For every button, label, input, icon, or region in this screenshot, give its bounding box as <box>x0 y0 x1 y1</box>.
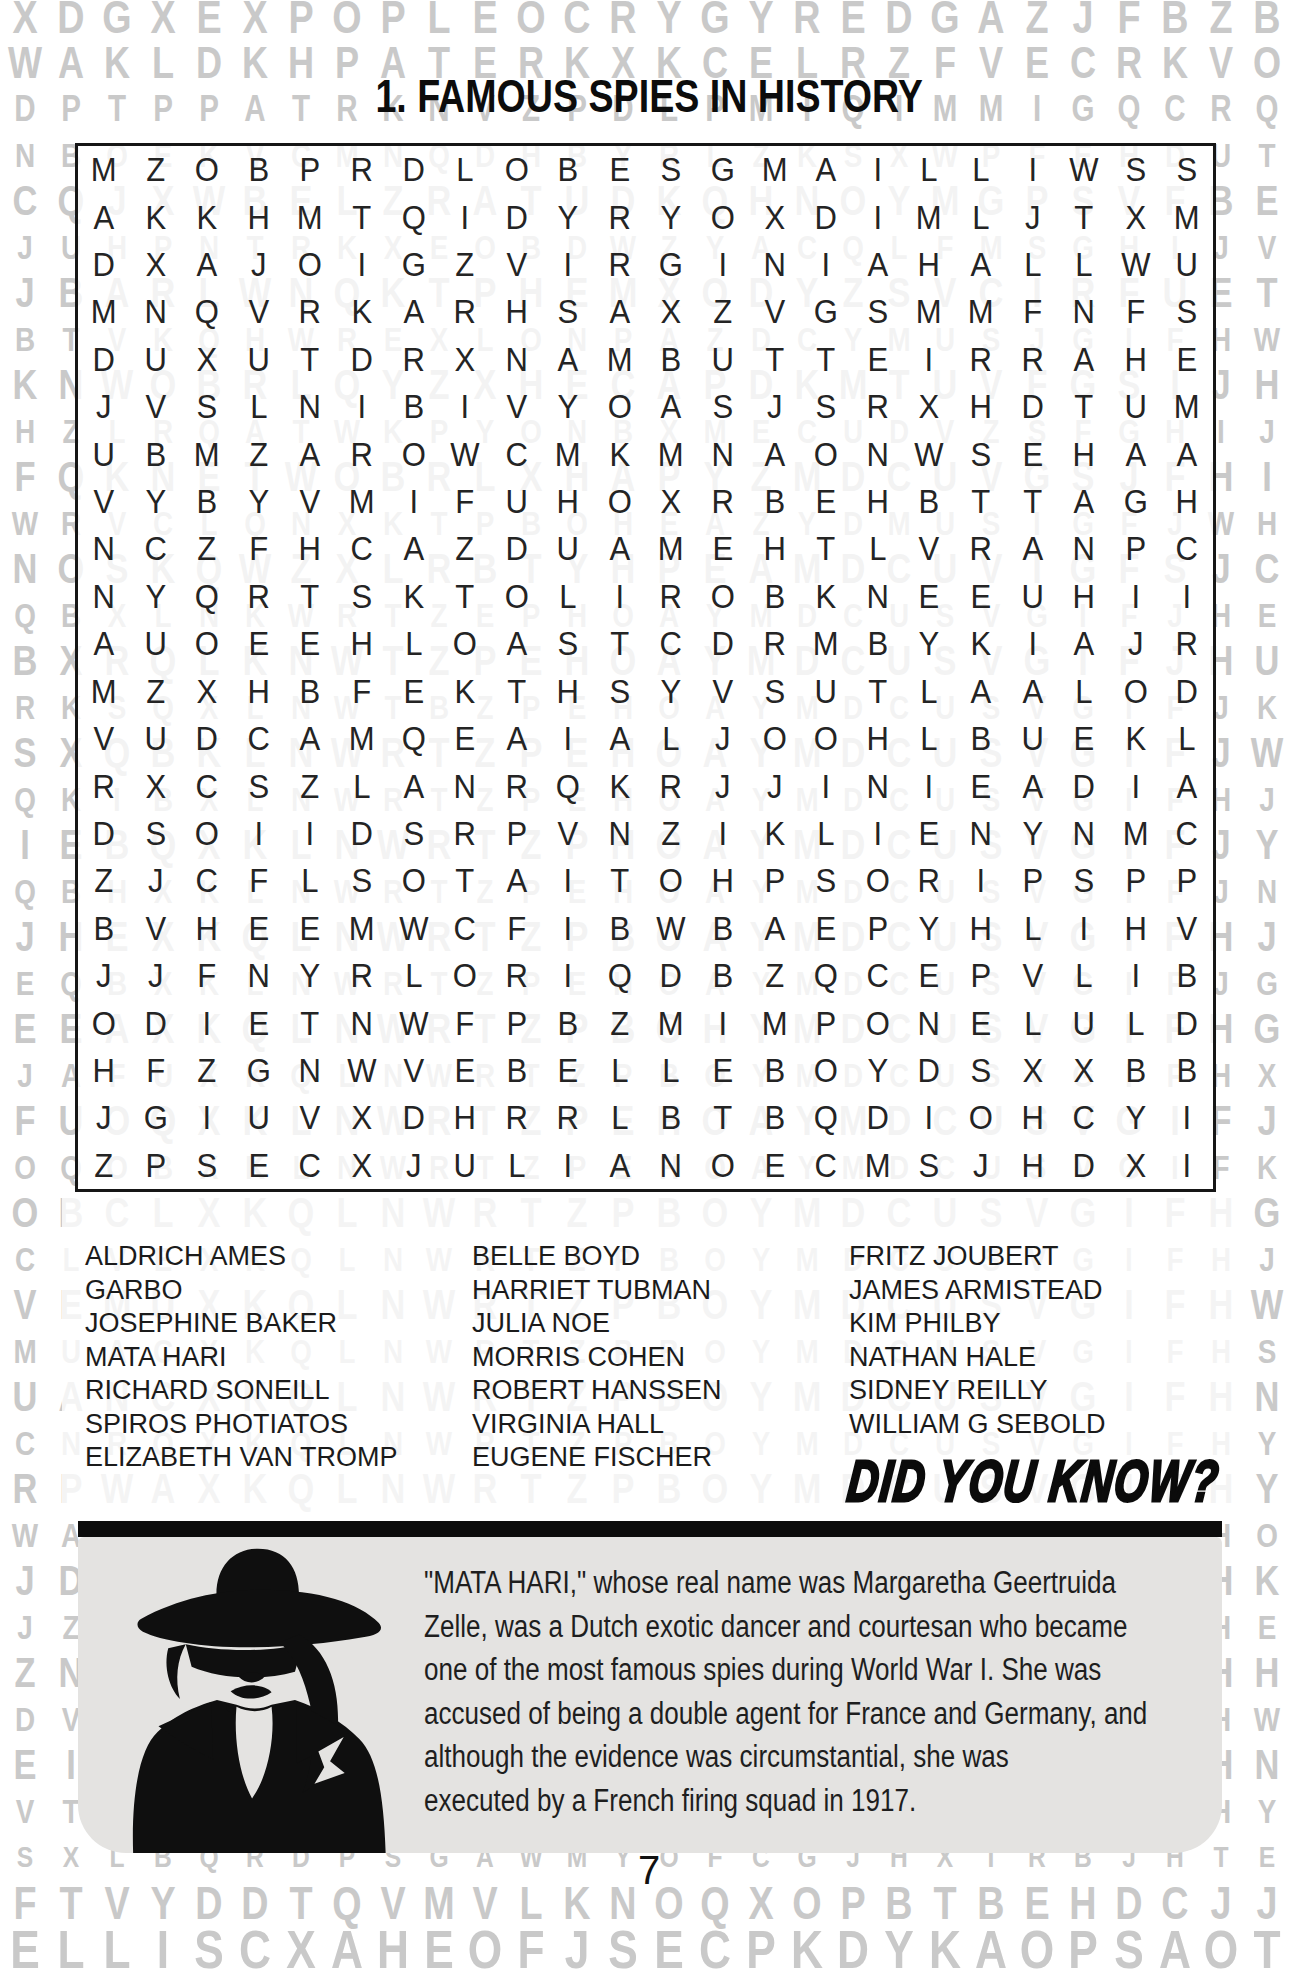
grid-cell[interactable]: Y <box>647 193 695 240</box>
grid-cell[interactable]: I <box>853 146 901 193</box>
grid-cell[interactable]: E <box>544 1047 592 1094</box>
grid-cell[interactable]: X <box>338 1094 386 1141</box>
grid-cell[interactable]: O <box>492 573 540 620</box>
grid-cell[interactable]: J <box>80 383 128 430</box>
grid-cell[interactable]: M <box>183 430 231 477</box>
grid-cell[interactable]: O <box>750 715 798 762</box>
grid-cell[interactable]: M <box>647 430 695 477</box>
grid-cell[interactable]: A <box>389 525 437 572</box>
grid-cell[interactable]: X <box>183 668 231 715</box>
grid-cell[interactable]: L <box>1008 241 1056 288</box>
grid-cell[interactable]: X <box>131 762 179 809</box>
grid-cell[interactable]: L <box>853 525 901 572</box>
grid-cell[interactable]: E <box>286 620 334 667</box>
grid-cell[interactable]: D <box>389 146 437 193</box>
grid-cell[interactable]: M <box>80 146 128 193</box>
grid-cell[interactable]: X <box>647 288 695 335</box>
grid-cell[interactable]: O <box>389 430 437 477</box>
grid-cell[interactable]: E <box>699 1047 747 1094</box>
grid-cell[interactable]: P <box>957 952 1005 999</box>
grid-cell[interactable]: W <box>441 430 489 477</box>
grid-cell[interactable]: O <box>286 241 334 288</box>
grid-cell[interactable]: J <box>750 383 798 430</box>
grid-cell[interactable]: T <box>492 668 540 715</box>
grid-cell[interactable]: A <box>1111 430 1159 477</box>
grid-cell[interactable]: B <box>183 478 231 525</box>
grid-cell[interactable]: L <box>338 762 386 809</box>
grid-cell[interactable]: R <box>595 241 643 288</box>
grid-cell[interactable]: A <box>595 715 643 762</box>
grid-cell[interactable]: L <box>595 1047 643 1094</box>
grid-cell[interactable]: C <box>1163 810 1211 857</box>
grid-cell[interactable]: B <box>544 999 592 1046</box>
grid-cell[interactable]: J <box>699 762 747 809</box>
grid-cell[interactable]: P <box>750 857 798 904</box>
grid-cell[interactable]: A <box>389 288 437 335</box>
grid-cell[interactable]: J <box>750 762 798 809</box>
grid-cell[interactable]: V <box>80 715 128 762</box>
grid-cell[interactable]: A <box>1060 620 1108 667</box>
grid-cell[interactable]: R <box>492 762 540 809</box>
grid-cell[interactable]: A <box>1163 430 1211 477</box>
grid-cell[interactable]: I <box>1163 1094 1211 1141</box>
grid-cell[interactable]: I <box>1163 1142 1211 1189</box>
grid-cell[interactable]: P <box>1111 525 1159 572</box>
grid-cell[interactable]: F <box>234 525 282 572</box>
grid-cell[interactable]: S <box>750 668 798 715</box>
grid-cell[interactable]: U <box>492 478 540 525</box>
grid-cell[interactable]: I <box>1111 762 1159 809</box>
grid-cell[interactable]: H <box>1008 1094 1056 1141</box>
grid-cell[interactable]: U <box>544 525 592 572</box>
grid-cell[interactable]: S <box>957 1047 1005 1094</box>
grid-cell[interactable]: O <box>80 999 128 1046</box>
grid-cell[interactable]: C <box>853 952 901 999</box>
grid-cell[interactable]: E <box>905 573 953 620</box>
grid-cell[interactable]: D <box>492 193 540 240</box>
grid-cell[interactable]: E <box>905 810 953 857</box>
grid-cell[interactable]: L <box>802 810 850 857</box>
grid-cell[interactable]: U <box>1163 241 1211 288</box>
grid-cell[interactable]: V <box>286 1094 334 1141</box>
grid-cell[interactable]: G <box>389 241 437 288</box>
grid-cell[interactable]: Q <box>802 952 850 999</box>
grid-cell[interactable]: A <box>750 905 798 952</box>
grid-cell[interactable]: A <box>492 620 540 667</box>
grid-cell[interactable]: I <box>544 905 592 952</box>
grid-cell[interactable]: Y <box>131 573 179 620</box>
grid-cell[interactable]: S <box>183 383 231 430</box>
grid-cell[interactable]: I <box>853 810 901 857</box>
grid-cell[interactable]: S <box>1163 146 1211 193</box>
grid-cell[interactable]: Y <box>131 478 179 525</box>
grid-cell[interactable]: P <box>1008 857 1056 904</box>
grid-cell[interactable]: E <box>853 336 901 383</box>
grid-cell[interactable]: D <box>1060 1142 1108 1189</box>
grid-cell[interactable]: A <box>544 336 592 383</box>
grid-cell[interactable]: I <box>544 241 592 288</box>
grid-cell[interactable]: N <box>492 336 540 383</box>
grid-cell[interactable]: X <box>905 383 953 430</box>
grid-cell[interactable]: L <box>1060 952 1108 999</box>
grid-cell[interactable]: M <box>802 620 850 667</box>
grid-cell[interactable]: Z <box>183 1047 231 1094</box>
grid-cell[interactable]: Z <box>131 668 179 715</box>
grid-cell[interactable]: X <box>338 1142 386 1189</box>
grid-cell[interactable]: K <box>131 193 179 240</box>
grid-cell[interactable]: I <box>234 810 282 857</box>
grid-cell[interactable]: H <box>286 525 334 572</box>
grid-cell[interactable]: H <box>492 288 540 335</box>
grid-cell[interactable]: B <box>1163 952 1211 999</box>
grid-cell[interactable]: D <box>1163 999 1211 1046</box>
grid-cell[interactable]: F <box>338 668 386 715</box>
grid-cell[interactable]: E <box>699 525 747 572</box>
grid-cell[interactable]: A <box>647 383 695 430</box>
grid-cell[interactable]: I <box>441 193 489 240</box>
grid-cell[interactable]: E <box>957 762 1005 809</box>
grid-cell[interactable]: N <box>853 430 901 477</box>
grid-cell[interactable]: Z <box>595 999 643 1046</box>
grid-cell[interactable]: Y <box>647 668 695 715</box>
grid-cell[interactable]: E <box>1008 430 1056 477</box>
grid-cell[interactable]: H <box>183 905 231 952</box>
grid-cell[interactable]: W <box>1111 241 1159 288</box>
grid-cell[interactable]: B <box>1111 1047 1159 1094</box>
grid-cell[interactable]: I <box>338 241 386 288</box>
grid-cell[interactable]: J <box>389 1142 437 1189</box>
grid-cell[interactable]: I <box>389 478 437 525</box>
grid-cell[interactable]: P <box>131 1142 179 1189</box>
grid-cell[interactable]: R <box>647 573 695 620</box>
grid-cell[interactable]: U <box>1008 573 1056 620</box>
grid-cell[interactable]: X <box>1008 1047 1056 1094</box>
grid-cell[interactable]: K <box>338 288 386 335</box>
grid-cell[interactable]: V <box>234 288 282 335</box>
grid-cell[interactable]: K <box>183 193 231 240</box>
grid-cell[interactable]: I <box>1163 573 1211 620</box>
grid-cell[interactable]: S <box>699 383 747 430</box>
grid-cell[interactable]: A <box>957 241 1005 288</box>
grid-cell[interactable]: I <box>338 383 386 430</box>
grid-cell[interactable]: E <box>389 668 437 715</box>
grid-cell[interactable]: V <box>80 478 128 525</box>
grid-cell[interactable]: N <box>131 288 179 335</box>
grid-cell[interactable]: M <box>647 999 695 1046</box>
grid-cell[interactable]: K <box>750 810 798 857</box>
grid-cell[interactable]: K <box>441 668 489 715</box>
grid-cell[interactable]: O <box>441 952 489 999</box>
grid-cell[interactable]: G <box>131 1094 179 1141</box>
grid-cell[interactable]: T <box>1060 193 1108 240</box>
grid-cell[interactable]: N <box>1060 288 1108 335</box>
grid-cell[interactable]: W <box>389 999 437 1046</box>
grid-cell[interactable]: J <box>699 715 747 762</box>
grid-cell[interactable]: B <box>905 478 953 525</box>
grid-cell[interactable]: T <box>802 336 850 383</box>
grid-cell[interactable]: Z <box>234 430 282 477</box>
grid-cell[interactable]: O <box>802 1047 850 1094</box>
grid-cell[interactable]: I <box>441 383 489 430</box>
grid-cell[interactable]: M <box>853 1142 901 1189</box>
grid-cell[interactable]: E <box>1060 715 1108 762</box>
grid-cell[interactable]: B <box>647 1094 695 1141</box>
grid-cell[interactable]: Y <box>544 383 592 430</box>
grid-cell[interactable]: F <box>1111 288 1159 335</box>
grid-cell[interactable]: M <box>338 905 386 952</box>
grid-cell[interactable]: S <box>595 668 643 715</box>
grid-cell[interactable]: A <box>1060 336 1108 383</box>
grid-cell[interactable]: L <box>492 1142 540 1189</box>
grid-cell[interactable]: M <box>338 478 386 525</box>
grid-cell[interactable]: A <box>853 241 901 288</box>
grid-cell[interactable]: A <box>750 430 798 477</box>
grid-cell[interactable]: L <box>286 857 334 904</box>
grid-cell[interactable]: F <box>1008 288 1056 335</box>
grid-cell[interactable]: T <box>1060 383 1108 430</box>
grid-cell[interactable]: N <box>338 999 386 1046</box>
grid-cell[interactable]: O <box>441 620 489 667</box>
grid-cell[interactable]: N <box>80 573 128 620</box>
grid-cell[interactable]: H <box>957 905 1005 952</box>
grid-cell[interactable]: A <box>492 715 540 762</box>
grid-cell[interactable]: M <box>957 288 1005 335</box>
grid-cell[interactable]: O <box>802 715 850 762</box>
grid-cell[interactable]: R <box>80 762 128 809</box>
grid-cell[interactable]: T <box>441 857 489 904</box>
grid-cell[interactable]: M <box>1163 193 1211 240</box>
grid-cell[interactable]: P <box>492 999 540 1046</box>
grid-cell[interactable]: R <box>647 762 695 809</box>
grid-cell[interactable]: O <box>183 810 231 857</box>
grid-cell[interactable]: L <box>1060 668 1108 715</box>
grid-cell[interactable]: L <box>1111 999 1159 1046</box>
grid-cell[interactable]: S <box>853 288 901 335</box>
grid-cell[interactable]: M <box>750 999 798 1046</box>
grid-cell[interactable]: D <box>1008 383 1056 430</box>
grid-cell[interactable]: G <box>802 288 850 335</box>
grid-cell[interactable]: O <box>853 857 901 904</box>
grid-cell[interactable]: P <box>286 146 334 193</box>
grid-cell[interactable]: L <box>647 1047 695 1094</box>
grid-cell[interactable]: M <box>750 146 798 193</box>
grid-cell[interactable]: D <box>389 1094 437 1141</box>
grid-cell[interactable]: B <box>750 1094 798 1141</box>
grid-cell[interactable]: H <box>234 193 282 240</box>
grid-cell[interactable]: D <box>338 336 386 383</box>
grid-cell[interactable]: I <box>595 573 643 620</box>
grid-cell[interactable]: G <box>647 241 695 288</box>
grid-cell[interactable]: R <box>492 1094 540 1141</box>
grid-cell[interactable]: C <box>286 1142 334 1189</box>
grid-cell[interactable]: U <box>1008 715 1056 762</box>
grid-cell[interactable]: H <box>338 620 386 667</box>
grid-cell[interactable]: H <box>1111 336 1159 383</box>
grid-cell[interactable]: C <box>183 762 231 809</box>
grid-cell[interactable]: X <box>750 193 798 240</box>
grid-cell[interactable]: I <box>1008 146 1056 193</box>
grid-cell[interactable]: F <box>441 478 489 525</box>
grid-cell[interactable]: A <box>595 288 643 335</box>
grid-cell[interactable]: S <box>802 857 850 904</box>
grid-cell[interactable]: L <box>544 573 592 620</box>
grid-cell[interactable]: E <box>802 905 850 952</box>
grid-cell[interactable]: H <box>544 668 592 715</box>
grid-cell[interactable]: C <box>802 1142 850 1189</box>
grid-cell[interactable]: W <box>647 905 695 952</box>
grid-cell[interactable]: T <box>1008 478 1056 525</box>
grid-cell[interactable]: Z <box>647 810 695 857</box>
grid-cell[interactable]: B <box>853 620 901 667</box>
grid-cell[interactable]: O <box>595 383 643 430</box>
grid-cell[interactable]: J <box>957 1142 1005 1189</box>
grid-cell[interactable]: A <box>183 241 231 288</box>
grid-cell[interactable]: J <box>80 952 128 999</box>
grid-cell[interactable]: R <box>338 430 386 477</box>
grid-cell[interactable]: L <box>389 620 437 667</box>
grid-cell[interactable]: B <box>492 1047 540 1094</box>
grid-cell[interactable]: Z <box>80 1142 128 1189</box>
grid-cell[interactable]: N <box>595 810 643 857</box>
grid-cell[interactable]: Z <box>699 288 747 335</box>
grid-cell[interactable]: I <box>1060 905 1108 952</box>
grid-cell[interactable]: T <box>338 193 386 240</box>
grid-cell[interactable]: Y <box>544 193 592 240</box>
grid-cell[interactable]: H <box>1111 905 1159 952</box>
grid-cell[interactable]: Y <box>234 478 282 525</box>
grid-cell[interactable]: E <box>234 620 282 667</box>
grid-cell[interactable]: O <box>183 146 231 193</box>
grid-cell[interactable]: E <box>441 715 489 762</box>
grid-cell[interactable]: H <box>957 383 1005 430</box>
grid-cell[interactable]: N <box>80 525 128 572</box>
grid-cell[interactable]: E <box>802 478 850 525</box>
grid-cell[interactable]: E <box>286 905 334 952</box>
grid-cell[interactable]: H <box>234 668 282 715</box>
grid-cell[interactable]: V <box>492 241 540 288</box>
grid-cell[interactable]: R <box>595 193 643 240</box>
grid-cell[interactable]: T <box>802 525 850 572</box>
grid-cell[interactable]: V <box>286 478 334 525</box>
grid-cell[interactable]: S <box>957 430 1005 477</box>
grid-cell[interactable]: V <box>750 288 798 335</box>
grid-cell[interactable]: V <box>905 525 953 572</box>
grid-cell[interactable]: I <box>286 810 334 857</box>
grid-cell[interactable]: B <box>131 430 179 477</box>
grid-cell[interactable]: I <box>544 715 592 762</box>
grid-cell[interactable]: A <box>802 146 850 193</box>
grid-cell[interactable]: Z <box>183 525 231 572</box>
grid-cell[interactable]: U <box>441 1142 489 1189</box>
grid-cell[interactable]: R <box>389 336 437 383</box>
grid-cell[interactable]: O <box>595 478 643 525</box>
grid-cell[interactable]: J <box>1008 193 1056 240</box>
grid-cell[interactable]: N <box>750 241 798 288</box>
grid-cell[interactable]: E <box>234 999 282 1046</box>
grid-cell[interactable]: G <box>699 146 747 193</box>
grid-cell[interactable]: H <box>1008 1142 1056 1189</box>
grid-cell[interactable]: A <box>595 525 643 572</box>
grid-cell[interactable]: Q <box>389 715 437 762</box>
grid-cell[interactable]: I <box>802 241 850 288</box>
grid-cell[interactable]: S <box>802 383 850 430</box>
grid-cell[interactable]: T <box>286 999 334 1046</box>
grid-cell[interactable]: V <box>131 383 179 430</box>
grid-cell[interactable]: I <box>699 810 747 857</box>
grid-cell[interactable]: I <box>802 762 850 809</box>
grid-cell[interactable]: I <box>699 999 747 1046</box>
grid-cell[interactable]: T <box>286 336 334 383</box>
grid-cell[interactable]: N <box>1060 525 1108 572</box>
grid-cell[interactable]: E <box>957 573 1005 620</box>
grid-cell[interactable]: L <box>905 668 953 715</box>
grid-cell[interactable]: D <box>699 620 747 667</box>
grid-cell[interactable]: E <box>234 905 282 952</box>
grid-cell[interactable]: J <box>131 857 179 904</box>
grid-cell[interactable]: W <box>905 430 953 477</box>
grid-cell[interactable]: A <box>389 762 437 809</box>
grid-cell[interactable]: K <box>802 573 850 620</box>
grid-cell[interactable]: Y <box>853 1047 901 1094</box>
grid-cell[interactable]: L <box>1060 241 1108 288</box>
grid-cell[interactable]: F <box>131 1047 179 1094</box>
grid-cell[interactable]: B <box>750 573 798 620</box>
grid-cell[interactable]: S <box>234 762 282 809</box>
grid-cell[interactable]: H <box>750 525 798 572</box>
grid-cell[interactable]: T <box>750 336 798 383</box>
grid-cell[interactable]: F <box>234 857 282 904</box>
grid-cell[interactable]: U <box>131 336 179 383</box>
grid-cell[interactable]: B <box>957 715 1005 762</box>
grid-cell[interactable]: T <box>595 620 643 667</box>
grid-cell[interactable]: A <box>1163 762 1211 809</box>
grid-cell[interactable]: U <box>80 430 128 477</box>
grid-cell[interactable]: D <box>1163 668 1211 715</box>
grid-cell[interactable]: I <box>183 999 231 1046</box>
grid-cell[interactable]: O <box>699 193 747 240</box>
grid-cell[interactable]: X <box>441 336 489 383</box>
grid-cell[interactable]: Z <box>441 525 489 572</box>
grid-cell[interactable]: M <box>80 288 128 335</box>
grid-cell[interactable]: I <box>544 857 592 904</box>
grid-cell[interactable]: U <box>802 668 850 715</box>
grid-cell[interactable]: T <box>699 1094 747 1141</box>
grid-cell[interactable]: D <box>492 525 540 572</box>
grid-cell[interactable]: L <box>957 193 1005 240</box>
grid-cell[interactable]: N <box>853 762 901 809</box>
grid-cell[interactable]: L <box>441 146 489 193</box>
grid-cell[interactable]: Y <box>286 952 334 999</box>
grid-cell[interactable]: R <box>441 810 489 857</box>
grid-cell[interactable]: O <box>647 857 695 904</box>
grid-cell[interactable]: L <box>1163 715 1211 762</box>
grid-cell[interactable]: J <box>1111 620 1159 667</box>
grid-cell[interactable]: B <box>699 952 747 999</box>
grid-cell[interactable]: O <box>853 999 901 1046</box>
grid-cell[interactable]: N <box>853 573 901 620</box>
grid-cell[interactable]: T <box>853 668 901 715</box>
grid-cell[interactable]: O <box>802 430 850 477</box>
grid-cell[interactable]: R <box>957 336 1005 383</box>
grid-cell[interactable]: A <box>492 857 540 904</box>
grid-cell[interactable]: S <box>183 1142 231 1189</box>
grid-cell[interactable]: Q <box>183 288 231 335</box>
grid-cell[interactable]: R <box>234 573 282 620</box>
grid-cell[interactable]: J <box>80 1094 128 1141</box>
grid-cell[interactable]: Z <box>80 857 128 904</box>
grid-cell[interactable]: M <box>338 715 386 762</box>
grid-cell[interactable]: R <box>338 952 386 999</box>
